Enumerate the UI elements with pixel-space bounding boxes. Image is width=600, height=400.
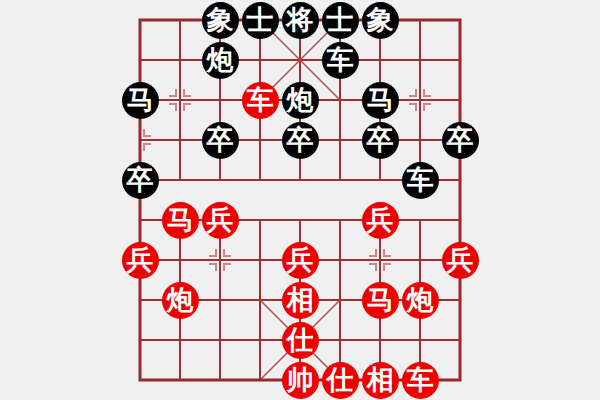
piece-black-cannon[interactable]: 炮	[202, 42, 239, 79]
piece-red-elephant[interactable]: 相	[282, 282, 319, 319]
piece-black-chariot[interactable]: 车	[402, 162, 439, 199]
piece-red-pawn[interactable]: 兵	[202, 202, 239, 239]
piece-red-advisor[interactable]: 仕	[322, 362, 359, 399]
piece-red-pawn[interactable]: 兵	[362, 202, 399, 239]
piece-black-elephant[interactable]: 象	[202, 2, 239, 39]
piece-red-chariot[interactable]: 车	[402, 362, 439, 399]
piece-red-chariot[interactable]: 车	[242, 82, 279, 119]
piece-red-horse[interactable]: 马	[162, 202, 199, 239]
piece-red-horse[interactable]: 马	[362, 282, 399, 319]
piece-black-pawn[interactable]: 卒	[362, 122, 399, 159]
piece-black-advisor[interactable]: 士	[322, 2, 359, 39]
piece-black-general[interactable]: 将	[282, 2, 319, 39]
piece-red-cannon[interactable]: 炮	[162, 282, 199, 319]
piece-red-general[interactable]: 帅	[282, 362, 319, 399]
piece-black-pawn[interactable]: 卒	[202, 122, 239, 159]
piece-black-pawn[interactable]: 卒	[282, 122, 319, 159]
piece-black-pawn[interactable]: 卒	[122, 162, 159, 199]
piece-black-pawn[interactable]: 卒	[442, 122, 479, 159]
piece-black-chariot[interactable]: 车	[322, 42, 359, 79]
piece-black-horse[interactable]: 马	[362, 82, 399, 119]
piece-red-cannon[interactable]: 炮	[402, 282, 439, 319]
piece-black-elephant[interactable]: 象	[362, 2, 399, 39]
pieces-layer: 象士将士象炮车马车炮马卒卒卒卒卒车马兵兵兵兵兵炮相马炮仕帅仕相车	[120, 0, 480, 400]
piece-black-horse[interactable]: 马	[122, 82, 159, 119]
piece-black-cannon[interactable]: 炮	[282, 82, 319, 119]
piece-black-advisor[interactable]: 士	[242, 2, 279, 39]
piece-red-pawn[interactable]: 兵	[442, 242, 479, 279]
piece-red-elephant[interactable]: 相	[362, 362, 399, 399]
xiangqi-board: 象士将士象炮车马车炮马卒卒卒卒卒车马兵兵兵兵兵炮相马炮仕帅仕相车	[0, 0, 600, 400]
piece-red-pawn[interactable]: 兵	[122, 242, 159, 279]
piece-red-pawn[interactable]: 兵	[282, 242, 319, 279]
piece-red-advisor[interactable]: 仕	[282, 322, 319, 359]
